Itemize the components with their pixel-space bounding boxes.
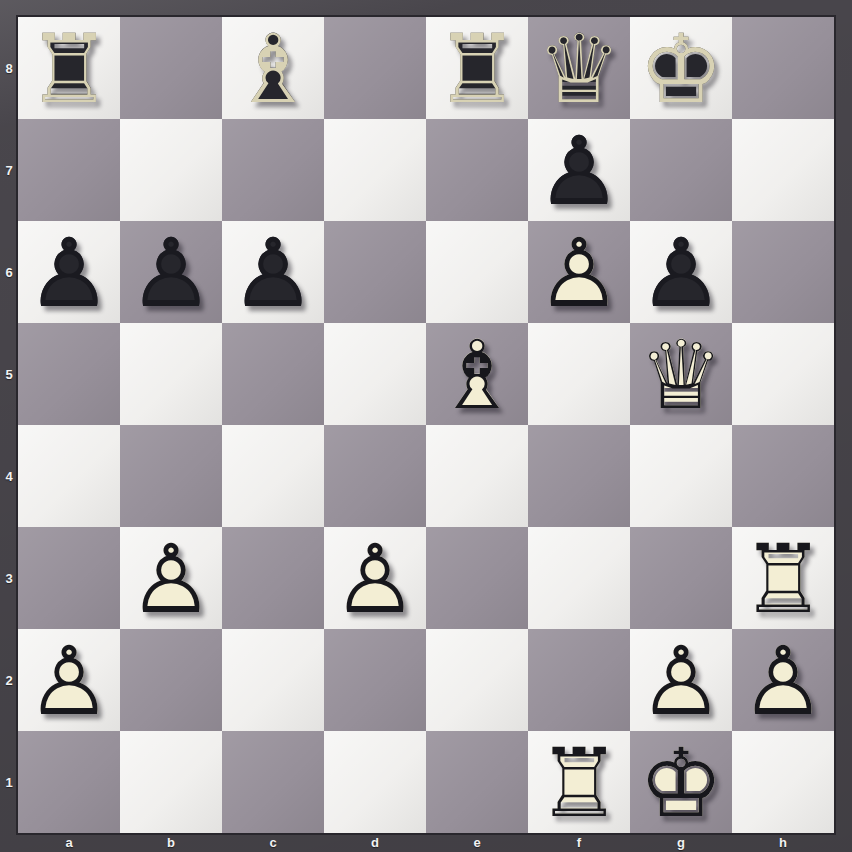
pawn-outline-icon: ♙ [630,629,732,731]
square-c5[interactable] [222,323,324,425]
square-g3[interactable] [630,527,732,629]
piece-white-pawn-g2[interactable]: ♟♙ [630,629,732,731]
square-a3[interactable] [18,527,120,629]
piece-white-bishop-e5[interactable]: ♝♗ [426,323,528,425]
piece-white-pawn-f6[interactable]: ♟♙ [528,221,630,323]
piece-black-pawn-f7[interactable]: ♟♙ [528,119,630,221]
rank-label-6: 6 [0,221,18,323]
square-d7[interactable] [324,119,426,221]
pawn-outline-icon: ♙ [120,221,222,323]
rank-label-2: 2 [0,629,18,731]
pawn-outline-icon: ♙ [630,221,732,323]
square-d4[interactable] [324,425,426,527]
queen-outline-icon: ♕ [630,323,732,425]
file-label-d: d [324,833,426,852]
square-c1[interactable] [222,731,324,833]
piece-black-queen-f8[interactable]: ♛♕ [528,17,630,119]
pawn-outline-icon: ♙ [222,221,324,323]
square-b8[interactable] [120,17,222,119]
square-b1[interactable] [120,731,222,833]
square-b7[interactable] [120,119,222,221]
pawn-outline-icon: ♙ [18,221,120,323]
piece-white-rook-f1[interactable]: ♜♖ [528,731,630,833]
square-f5[interactable] [528,323,630,425]
piece-white-pawn-b3[interactable]: ♟♙ [120,527,222,629]
square-h8[interactable] [732,17,834,119]
file-label-c: c [222,833,324,852]
rank-label-7: 7 [0,119,18,221]
square-g7[interactable] [630,119,732,221]
rank-label-5: 5 [0,323,18,425]
piece-black-rook-a8[interactable]: ♜♖ [18,17,120,119]
pawn-outline-icon: ♙ [732,629,834,731]
square-a5[interactable] [18,323,120,425]
piece-black-pawn-b6[interactable]: ♟♙ [120,221,222,323]
square-f4[interactable] [528,425,630,527]
square-d6[interactable] [324,221,426,323]
rook-outline-icon: ♖ [426,17,528,119]
rank-label-1: 1 [0,731,18,833]
square-d8[interactable] [324,17,426,119]
square-h7[interactable] [732,119,834,221]
file-label-b: b [120,833,222,852]
square-e3[interactable] [426,527,528,629]
square-e6[interactable] [426,221,528,323]
rank-labels: 87654321 [0,17,18,833]
square-h6[interactable] [732,221,834,323]
piece-white-pawn-a2[interactable]: ♟♙ [18,629,120,731]
file-label-h: h [732,833,834,852]
square-b2[interactable] [120,629,222,731]
square-c2[interactable] [222,629,324,731]
piece-black-king-g8[interactable]: ♚♔ [630,17,732,119]
square-e1[interactable] [426,731,528,833]
piece-black-pawn-c6[interactable]: ♟♙ [222,221,324,323]
file-label-a: a [18,833,120,852]
pawn-outline-icon: ♙ [528,221,630,323]
square-f2[interactable] [528,629,630,731]
pawn-outline-icon: ♙ [18,629,120,731]
square-f3[interactable] [528,527,630,629]
king-outline-icon: ♔ [630,731,732,833]
square-c3[interactable] [222,527,324,629]
piece-black-pawn-a6[interactable]: ♟♙ [18,221,120,323]
rook-outline-icon: ♖ [528,731,630,833]
piece-white-queen-g5[interactable]: ♛♕ [630,323,732,425]
square-h1[interactable] [732,731,834,833]
square-g4[interactable] [630,425,732,527]
board-frame: 87654321 abcdefgh ♜♖♝♗♜♖♛♕♚♔♟♙♟♙♟♙♟♙♟♙♟♙… [0,0,852,852]
rook-outline-icon: ♖ [18,17,120,119]
square-h4[interactable] [732,425,834,527]
square-b5[interactable] [120,323,222,425]
piece-black-bishop-c8[interactable]: ♝♗ [222,17,324,119]
square-d5[interactable] [324,323,426,425]
pawn-outline-icon: ♙ [120,527,222,629]
pawn-outline-icon: ♙ [528,119,630,221]
bishop-outline-icon: ♗ [426,323,528,425]
square-e7[interactable] [426,119,528,221]
square-c4[interactable] [222,425,324,527]
bishop-outline-icon: ♗ [222,17,324,119]
square-d1[interactable] [324,731,426,833]
king-outline-icon: ♔ [630,17,732,119]
square-e4[interactable] [426,425,528,527]
piece-black-pawn-g6[interactable]: ♟♙ [630,221,732,323]
rank-label-8: 8 [0,17,18,119]
square-e2[interactable] [426,629,528,731]
file-label-e: e [426,833,528,852]
rook-outline-icon: ♖ [732,527,834,629]
pawn-outline-icon: ♙ [324,527,426,629]
rank-label-4: 4 [0,425,18,527]
square-a7[interactable] [18,119,120,221]
piece-white-rook-h3[interactable]: ♜♖ [732,527,834,629]
piece-black-rook-e8[interactable]: ♜♖ [426,17,528,119]
square-c7[interactable] [222,119,324,221]
square-a1[interactable] [18,731,120,833]
queen-outline-icon: ♕ [528,17,630,119]
square-b4[interactable] [120,425,222,527]
piece-white-pawn-h2[interactable]: ♟♙ [732,629,834,731]
rank-label-3: 3 [0,527,18,629]
square-a4[interactable] [18,425,120,527]
piece-white-king-g1[interactable]: ♚♔ [630,731,732,833]
square-h5[interactable] [732,323,834,425]
piece-white-pawn-d3[interactable]: ♟♙ [324,527,426,629]
square-d2[interactable] [324,629,426,731]
